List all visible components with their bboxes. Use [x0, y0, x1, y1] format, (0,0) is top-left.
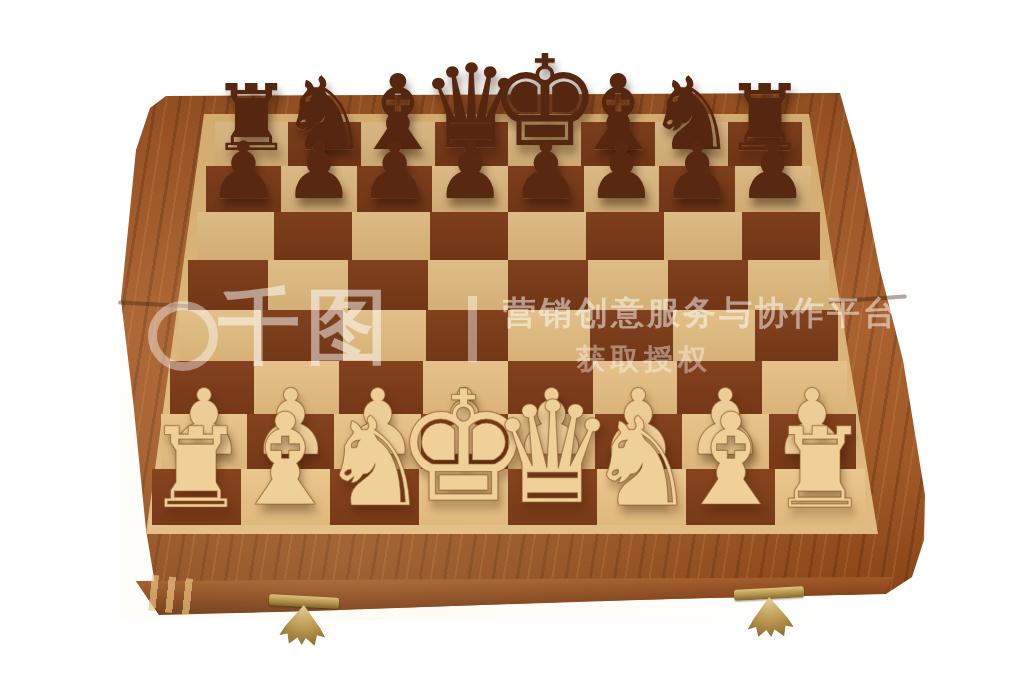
square-c5[interactable]: [348, 260, 428, 310]
square-e4[interactable]: [508, 310, 590, 361]
square-c2[interactable]: ♟: [334, 414, 421, 469]
square-f1[interactable]: ♞: [597, 469, 686, 525]
square-f3[interactable]: [593, 361, 678, 414]
rank-row-7: ♟♟♟♟♟♟♟♟: [206, 166, 811, 212]
rank-row-4: [179, 310, 838, 361]
square-c7[interactable]: ♟: [357, 166, 433, 212]
dovetail-joint: [148, 575, 198, 616]
square-f7[interactable]: ♟: [584, 166, 660, 212]
square-h3[interactable]: [762, 361, 847, 414]
square-f6[interactable]: [586, 212, 664, 260]
square-c3[interactable]: [339, 361, 424, 414]
rank-row-5: [188, 260, 829, 310]
square-e2[interactable]: ♟: [508, 414, 595, 469]
square-g1[interactable]: ♝: [686, 469, 775, 525]
square-e7[interactable]: ♟: [508, 166, 584, 212]
square-e5[interactable]: [508, 260, 588, 310]
square-a5[interactable]: [188, 260, 268, 310]
square-a4[interactable]: [179, 310, 261, 361]
square-a6[interactable]: [197, 212, 275, 260]
square-e6[interactable]: [508, 212, 586, 260]
square-b5[interactable]: [268, 260, 348, 310]
square-b4[interactable]: [261, 310, 343, 361]
square-b2[interactable]: ♟: [247, 414, 334, 469]
square-a7[interactable]: ♟: [206, 166, 282, 212]
square-b6[interactable]: [274, 212, 352, 260]
latch-fan: [746, 596, 794, 638]
latch-right-icon: [734, 586, 806, 639]
square-g2[interactable]: ♟: [682, 414, 769, 469]
square-h7[interactable]: ♟: [735, 166, 811, 212]
square-b3[interactable]: [254, 361, 339, 414]
photo-canvas: ♜♞♝♛♚♝♞♜♟♟♟♟♟♟♟♟♟♟♟♟♟♟♟♟♜♝♞♚♛♞♝♜ 千图 营销创意…: [0, 0, 1024, 683]
square-d4[interactable]: [426, 310, 508, 361]
square-h1[interactable]: ♜: [775, 469, 864, 525]
square-b7[interactable]: ♟: [281, 166, 357, 212]
square-d3[interactable]: [423, 361, 508, 414]
square-b1[interactable]: ♝: [241, 469, 330, 525]
square-c1[interactable]: ♞: [330, 469, 419, 525]
square-d5[interactable]: [428, 260, 508, 310]
square-e8[interactable]: ♚: [508, 122, 581, 166]
square-e3[interactable]: [508, 361, 593, 414]
square-g3[interactable]: [677, 361, 762, 414]
square-d6[interactable]: [430, 212, 508, 260]
rank-row-2: ♟♟♟♟♟♟♟♟: [161, 414, 856, 469]
rank-row-6: [197, 212, 820, 260]
square-c4[interactable]: [343, 310, 425, 361]
latch-fan: [279, 604, 327, 646]
square-f8[interactable]: ♝: [581, 122, 654, 166]
rank-row-8: ♜♞♝♛♚♝♞♜: [215, 122, 802, 166]
square-d8[interactable]: ♛: [435, 122, 508, 166]
square-g7[interactable]: ♟: [659, 166, 735, 212]
square-a3[interactable]: [170, 361, 255, 414]
square-h2[interactable]: ♟: [769, 414, 856, 469]
square-h5[interactable]: [748, 260, 828, 310]
square-g5[interactable]: [668, 260, 748, 310]
square-f4[interactable]: [590, 310, 672, 361]
square-a8[interactable]: ♜: [215, 122, 288, 166]
square-f2[interactable]: ♟: [595, 414, 682, 469]
square-d1[interactable]: ♚: [419, 469, 508, 525]
square-f5[interactable]: [588, 260, 668, 310]
square-h8[interactable]: ♜: [728, 122, 801, 166]
rank-row-1: ♜♝♞♚♛♞♝♜: [152, 469, 865, 525]
square-g8[interactable]: ♞: [655, 122, 728, 166]
square-g4[interactable]: [673, 310, 755, 361]
square-e1[interactable]: ♛: [508, 469, 597, 525]
square-c6[interactable]: [352, 212, 430, 260]
square-d7[interactable]: ♟: [432, 166, 508, 212]
square-d2[interactable]: ♟: [421, 414, 508, 469]
square-c8[interactable]: ♝: [361, 122, 434, 166]
square-h6[interactable]: [742, 212, 820, 260]
latch-left-icon: [267, 594, 339, 647]
square-a1[interactable]: ♜: [152, 469, 241, 525]
square-h4[interactable]: [755, 310, 837, 361]
square-g6[interactable]: [664, 212, 742, 260]
rank-row-3: [170, 361, 847, 414]
square-b8[interactable]: ♞: [288, 122, 361, 166]
square-a2[interactable]: ♟: [161, 414, 248, 469]
